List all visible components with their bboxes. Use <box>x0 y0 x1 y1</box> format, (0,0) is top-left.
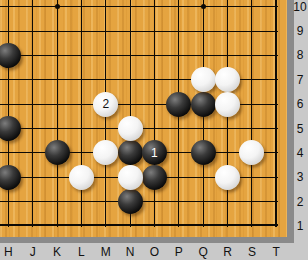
star-point-q10 <box>201 4 206 9</box>
column-label-q: Q <box>193 245 213 259</box>
column-label-p: P <box>169 245 189 259</box>
row-label-4: 4 <box>292 146 308 160</box>
stone-white-r6[interactable] <box>215 92 240 117</box>
stone-white-n5[interactable] <box>118 116 143 141</box>
column-label-l: L <box>71 245 91 259</box>
grid-line-col-s <box>251 0 252 227</box>
go-app-view: 12 HJKLMNOPQRST10987654321 <box>0 0 308 260</box>
row-label-5: 5 <box>292 122 308 136</box>
row-label-3: 3 <box>292 170 308 184</box>
stone-black-p6[interactable] <box>166 92 191 117</box>
row-label-6: 6 <box>292 97 308 111</box>
grid-line-col-t <box>275 0 277 227</box>
column-label-t: T <box>266 245 286 259</box>
column-label-h: H <box>0 245 18 259</box>
row-label-8: 8 <box>292 48 308 62</box>
grid-line-col-k <box>57 0 58 227</box>
row-label-2: 2 <box>292 195 308 209</box>
grid-line-col-h <box>8 0 9 227</box>
stone-white-m6[interactable]: 2 <box>93 92 118 117</box>
stone-white-q7[interactable] <box>191 67 216 92</box>
star-point-k10 <box>55 4 60 9</box>
stone-black-q4[interactable] <box>191 140 216 165</box>
column-label-o: O <box>144 245 164 259</box>
row-label-1: 1 <box>292 219 308 233</box>
row-label-7: 7 <box>292 73 308 87</box>
column-label-s: S <box>242 245 262 259</box>
column-label-j: J <box>23 245 43 259</box>
stone-black-k4[interactable] <box>45 140 70 165</box>
grid-line-col-o <box>154 0 155 227</box>
grid-line-row-10 <box>0 6 278 7</box>
stone-black-q6[interactable] <box>191 92 216 117</box>
stone-black-n2[interactable] <box>118 189 143 214</box>
grid-line-row-9 <box>0 31 278 32</box>
move-number-label: 1 <box>151 147 158 159</box>
column-label-k: K <box>47 245 67 259</box>
grid-line-col-j <box>32 0 33 227</box>
grid-line-row-1 <box>0 224 278 226</box>
stone-white-l3[interactable] <box>69 165 94 190</box>
stone-black-o3[interactable] <box>142 165 167 190</box>
move-number-label: 2 <box>102 98 109 110</box>
column-label-m: M <box>96 245 116 259</box>
grid-line-row-8 <box>0 55 278 56</box>
row-label-10: 10 <box>292 0 308 14</box>
column-label-n: N <box>120 245 140 259</box>
row-label-9: 9 <box>292 24 308 38</box>
stone-black-h3[interactable] <box>0 165 21 190</box>
stone-white-r3[interactable] <box>215 165 240 190</box>
column-label-r: R <box>218 245 238 259</box>
stone-black-n4[interactable] <box>118 140 143 165</box>
stone-white-n3[interactable] <box>118 165 143 190</box>
grid-line-col-l <box>81 0 82 227</box>
